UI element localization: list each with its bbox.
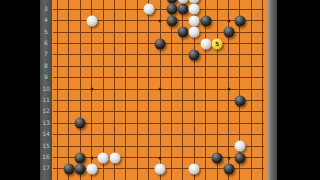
black-stone[interactable] <box>200 15 211 26</box>
black-stone[interactable] <box>177 4 188 15</box>
black-stone[interactable] <box>75 118 86 129</box>
black-stone[interactable] <box>177 27 188 38</box>
white-stone[interactable] <box>234 141 245 152</box>
grid-line-h <box>53 66 264 67</box>
go-app-window: 234567891011121314151617 5 <box>0 0 320 180</box>
grid-line-v <box>148 0 149 180</box>
grid-line-h <box>53 9 264 10</box>
move-number-label: 5 <box>215 41 219 47</box>
row-label: 6 <box>40 40 52 46</box>
grid-line-h <box>53 77 264 78</box>
black-stone[interactable] <box>189 49 200 60</box>
row-label: 3 <box>40 6 52 12</box>
black-stone[interactable] <box>212 152 223 163</box>
white-stone[interactable] <box>155 163 166 174</box>
star-point <box>159 156 162 159</box>
white-stone[interactable] <box>98 152 109 163</box>
white-stone[interactable] <box>86 163 97 174</box>
star-point <box>227 19 230 22</box>
white-stone[interactable] <box>86 15 97 26</box>
row-label: 15 <box>40 143 52 149</box>
white-stone[interactable] <box>177 0 188 3</box>
row-label: 5 <box>40 29 52 35</box>
white-stone[interactable] <box>143 4 154 15</box>
grid-line-v <box>57 0 58 180</box>
white-stone[interactable] <box>189 27 200 38</box>
grid-line-h <box>53 134 264 135</box>
row-label: 10 <box>40 86 52 92</box>
grid-line-v <box>251 0 252 180</box>
row-label: 4 <box>40 17 52 23</box>
grid-line-v <box>205 0 206 180</box>
row-label: 9 <box>40 74 52 80</box>
go-board[interactable]: 5 <box>52 0 268 180</box>
row-label: 12 <box>40 108 52 114</box>
grid-line-h <box>53 111 264 112</box>
black-stone[interactable] <box>155 38 166 49</box>
black-stone[interactable] <box>223 163 234 174</box>
black-stone[interactable] <box>75 163 86 174</box>
star-point <box>90 156 93 159</box>
grid-line-v <box>125 0 126 180</box>
black-stone[interactable] <box>75 152 86 163</box>
row-label: 14 <box>40 131 52 137</box>
board-right-edge <box>268 0 277 180</box>
row-label: 8 <box>40 63 52 69</box>
star-point <box>227 156 230 159</box>
highlighted-last-move-stone[interactable]: 5 <box>212 38 223 49</box>
star-point <box>90 88 93 91</box>
black-stone[interactable] <box>63 163 74 174</box>
star-point <box>227 88 230 91</box>
black-stone[interactable] <box>166 15 177 26</box>
white-stone[interactable] <box>189 15 200 26</box>
star-point <box>159 19 162 22</box>
grid-line-h <box>53 146 264 147</box>
white-stone[interactable] <box>109 152 120 163</box>
row-label: 11 <box>40 97 52 103</box>
grid-line-v <box>68 0 69 180</box>
white-stone[interactable] <box>189 163 200 174</box>
grid-line-v <box>137 0 138 180</box>
grid-line-v <box>262 0 263 180</box>
row-label: 7 <box>40 51 52 57</box>
black-stone[interactable] <box>234 152 245 163</box>
row-label: 16 <box>40 154 52 160</box>
star-point <box>159 88 162 91</box>
black-stone[interactable] <box>234 95 245 106</box>
black-stone[interactable] <box>166 4 177 15</box>
black-stone[interactable] <box>234 15 245 26</box>
black-stone[interactable] <box>223 27 234 38</box>
grid-line-v <box>171 0 172 180</box>
white-stone[interactable] <box>189 4 200 15</box>
grid-line-h <box>53 54 264 55</box>
row-label: 17 <box>40 165 52 171</box>
row-label: 13 <box>40 120 52 126</box>
white-stone[interactable] <box>200 38 211 49</box>
grid-line-h <box>53 100 264 101</box>
